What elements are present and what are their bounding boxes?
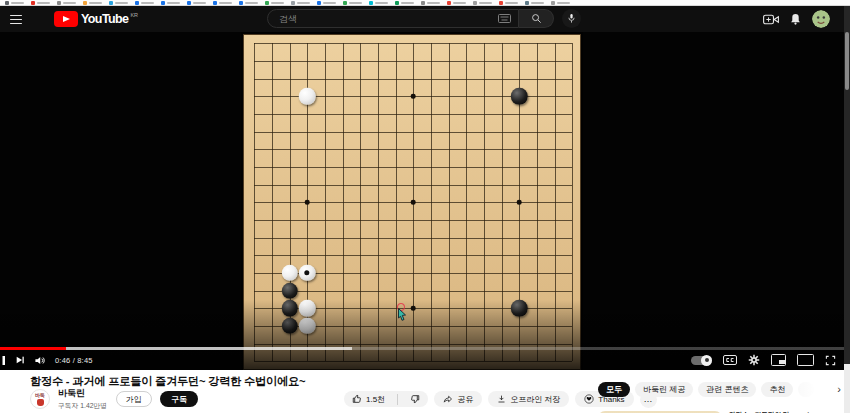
share-icon bbox=[443, 394, 453, 404]
youtube-header: YouTube KR bbox=[0, 6, 850, 32]
channel-avatar[interactable]: 바둑 bbox=[30, 389, 50, 409]
bookmark-item[interactable] bbox=[369, 1, 388, 5]
bookmark-label bbox=[193, 2, 206, 4]
bookmark-favicon bbox=[499, 1, 503, 5]
bookmark-item[interactable] bbox=[83, 1, 102, 5]
bookmark-item[interactable] bbox=[57, 1, 76, 5]
below-video: 함정수 - 과거에 프로들이 즐겨두던~ 강력한 수법이에요~ 바둑 바둑린 구… bbox=[0, 370, 850, 413]
heart-hand-icon bbox=[584, 394, 594, 404]
fullscreen-button[interactable] bbox=[825, 355, 836, 366]
bookmark-label bbox=[63, 2, 76, 4]
bookmark-favicon bbox=[291, 1, 295, 5]
bookmark-label bbox=[245, 2, 258, 4]
bookmark-label bbox=[375, 2, 388, 4]
dislike-button[interactable] bbox=[402, 391, 428, 407]
bookmark-favicon bbox=[31, 1, 35, 5]
captions-button[interactable] bbox=[723, 355, 737, 365]
bookmark-favicon bbox=[135, 1, 139, 5]
search-box[interactable] bbox=[267, 9, 519, 28]
grid-line-vertical bbox=[431, 43, 432, 361]
bookmark-item[interactable] bbox=[31, 1, 50, 5]
bookmark-favicon bbox=[83, 1, 87, 5]
white-stone bbox=[299, 88, 315, 104]
bookmark-item[interactable] bbox=[109, 1, 128, 5]
white-stone-last-move bbox=[299, 265, 315, 281]
avatar-image bbox=[812, 10, 830, 28]
scrollbar-thumb[interactable] bbox=[845, 32, 849, 90]
miniplayer-icon bbox=[771, 354, 786, 366]
pill-divider bbox=[397, 394, 398, 405]
bookmark-item[interactable] bbox=[343, 1, 362, 5]
bookmark-favicon bbox=[343, 1, 347, 5]
bookmark-label bbox=[453, 2, 466, 4]
channel-name[interactable]: 바둑린 bbox=[58, 387, 108, 400]
theater-mode-button[interactable] bbox=[797, 354, 814, 366]
bookmark-label bbox=[505, 2, 518, 4]
youtube-logo-text: YouTube bbox=[81, 12, 128, 26]
bookmark-favicon bbox=[551, 1, 555, 5]
bookmark-item[interactable] bbox=[161, 1, 180, 5]
filter-chip-1[interactable]: 모두 bbox=[598, 382, 630, 397]
bookmark-favicon bbox=[525, 1, 529, 5]
volume-icon bbox=[34, 355, 46, 366]
bookmark-item[interactable] bbox=[551, 1, 570, 5]
bookmark-item[interactable] bbox=[447, 1, 466, 5]
go-board bbox=[243, 34, 581, 370]
subscribe-button[interactable]: 구독 bbox=[160, 391, 198, 407]
black-stone bbox=[281, 282, 297, 298]
volume-button[interactable] bbox=[34, 355, 46, 366]
next-button[interactable] bbox=[15, 355, 25, 365]
video-cursor bbox=[398, 308, 407, 321]
grid-line-horizontal bbox=[254, 344, 572, 345]
subscriber-count: 구독자 1.42만명 bbox=[58, 401, 108, 411]
bookmark-item[interactable] bbox=[499, 1, 518, 5]
share-label: 공유 bbox=[457, 394, 473, 405]
thumbs-down-icon bbox=[410, 394, 420, 404]
join-button[interactable]: 가입 bbox=[116, 391, 152, 407]
bookmark-item[interactable] bbox=[239, 1, 258, 5]
grid-line-horizontal bbox=[254, 255, 572, 256]
search-icon bbox=[531, 13, 542, 24]
white-stone bbox=[281, 265, 297, 281]
grid-line-vertical bbox=[449, 43, 450, 361]
theater-icon bbox=[797, 354, 814, 366]
fullscreen-icon bbox=[825, 355, 836, 366]
bookmark-item[interactable] bbox=[317, 1, 336, 5]
star-point bbox=[411, 306, 416, 311]
bookmark-item[interactable] bbox=[421, 1, 440, 5]
like-count: 1.5천 bbox=[366, 394, 385, 405]
bookmark-label bbox=[141, 2, 154, 4]
bookmark-item[interactable] bbox=[473, 1, 492, 5]
bookmark-item[interactable] bbox=[135, 1, 154, 5]
bookmark-favicon bbox=[213, 1, 217, 5]
download-label: 오프라인 저장 bbox=[510, 394, 560, 405]
bookmark-favicon bbox=[473, 1, 477, 5]
bookmark-label bbox=[167, 2, 180, 4]
account-avatar[interactable] bbox=[812, 10, 830, 28]
video-player[interactable]: 0:46 / 8:45 bbox=[0, 32, 850, 370]
grid-line-vertical bbox=[555, 43, 556, 361]
bookmark-label bbox=[89, 2, 102, 4]
bookmark-favicon bbox=[317, 1, 321, 5]
filter-chip-partial[interactable] bbox=[798, 382, 814, 397]
youtube-region-label: KR bbox=[130, 12, 138, 18]
grid-line-vertical bbox=[537, 43, 538, 361]
player-controls: 0:46 / 8:45 bbox=[0, 350, 850, 370]
grid-line-vertical bbox=[466, 43, 467, 361]
bookmark-label bbox=[479, 2, 492, 4]
bookmark-item[interactable] bbox=[265, 1, 284, 5]
next-icon bbox=[15, 355, 25, 365]
bookmark-favicon bbox=[395, 1, 399, 5]
bookmark-item[interactable] bbox=[291, 1, 310, 5]
mic-icon bbox=[567, 13, 576, 24]
search-button[interactable] bbox=[519, 9, 554, 28]
youtube-logo[interactable]: YouTube KR bbox=[54, 10, 138, 27]
bell-icon bbox=[790, 13, 801, 25]
bookmark-item[interactable] bbox=[525, 1, 544, 5]
autoplay-icon bbox=[691, 356, 712, 365]
bookmark-label bbox=[401, 2, 414, 4]
share-button[interactable]: 공유 bbox=[434, 391, 482, 407]
grid-line-vertical bbox=[572, 43, 573, 361]
bookmark-favicon bbox=[109, 1, 113, 5]
black-stone bbox=[511, 88, 527, 104]
bookmark-favicon bbox=[5, 1, 9, 5]
search-input[interactable] bbox=[268, 14, 498, 24]
star-point bbox=[411, 200, 416, 205]
bookmark-favicon bbox=[421, 1, 425, 5]
bookmark-label bbox=[115, 2, 128, 4]
bookmark-label bbox=[219, 2, 232, 4]
bookmark-favicon bbox=[265, 1, 269, 5]
bookmark-label bbox=[11, 2, 24, 4]
grid-line-vertical bbox=[502, 43, 503, 361]
white-stone bbox=[299, 300, 315, 316]
youtube-play-icon bbox=[54, 11, 78, 27]
thumbs-up-icon bbox=[352, 394, 362, 404]
grid-line-horizontal bbox=[254, 220, 572, 221]
bookmark-favicon bbox=[161, 1, 165, 5]
black-stone bbox=[281, 318, 297, 334]
keyboard-icon[interactable] bbox=[498, 14, 511, 23]
autoplay-toggle[interactable] bbox=[691, 356, 712, 365]
create-video-icon bbox=[763, 14, 779, 25]
pause-icon bbox=[0, 355, 6, 366]
filter-chip-4[interactable]: 추천 bbox=[761, 382, 793, 397]
bookmark-label bbox=[37, 2, 50, 4]
bookmark-label bbox=[297, 2, 310, 4]
bookmark-label bbox=[323, 2, 336, 4]
miniplayer-button[interactable] bbox=[771, 354, 786, 366]
page: YouTube KR bbox=[0, 0, 850, 413]
bookmark-label bbox=[349, 2, 362, 4]
bookmark-label bbox=[271, 2, 284, 4]
voice-search-button[interactable] bbox=[562, 9, 581, 28]
captions-icon bbox=[723, 355, 737, 365]
search-area bbox=[267, 9, 581, 28]
create-button[interactable] bbox=[763, 14, 779, 25]
bookmark-favicon bbox=[239, 1, 243, 5]
bookmark-favicon bbox=[447, 1, 451, 5]
channel-avatar-text: 바둑 bbox=[35, 393, 45, 398]
filter-chip-2[interactable]: 바둑린 제공 bbox=[635, 382, 693, 397]
download-button[interactable]: 오프라인 저장 bbox=[488, 391, 569, 407]
filter-chips-row: 모두바둑린 제공관련 콘텐츠추천 bbox=[598, 381, 843, 397]
black-stone bbox=[281, 300, 297, 316]
star-point bbox=[411, 94, 416, 99]
bookmark-item[interactable] bbox=[395, 1, 414, 5]
menu-icon[interactable] bbox=[10, 15, 22, 24]
download-icon bbox=[497, 394, 506, 404]
grid-line-horizontal bbox=[254, 291, 572, 292]
like-dislike-pill: 1.5천 bbox=[344, 391, 428, 407]
star-point bbox=[305, 200, 310, 205]
like-button[interactable]: 1.5천 bbox=[344, 391, 393, 407]
pause-button[interactable] bbox=[0, 355, 6, 366]
bookmark-item[interactable] bbox=[187, 1, 206, 5]
bookmark-label bbox=[531, 2, 544, 4]
chevron-right-icon[interactable]: › bbox=[837, 382, 841, 396]
bookmark-label bbox=[427, 2, 440, 4]
channel-avatar-mark bbox=[37, 399, 44, 406]
time-display: 0:46 / 8:45 bbox=[55, 356, 93, 365]
filter-chip-3[interactable]: 관련 콘텐츠 bbox=[698, 382, 756, 397]
black-stone bbox=[511, 300, 527, 316]
bookmark-favicon bbox=[57, 1, 61, 5]
bookmark-item[interactable] bbox=[5, 1, 24, 5]
related-column: 모두바둑린 제공관련 콘텐츠추천 › 바둑 강의 함정수 - 저돌적인 맞끊음~… bbox=[598, 381, 843, 397]
bookmark-item[interactable] bbox=[213, 1, 232, 5]
notifications-button[interactable] bbox=[790, 13, 801, 25]
gear-icon bbox=[748, 354, 760, 366]
page-scrollbar[interactable] bbox=[844, 6, 850, 413]
star-point bbox=[517, 200, 522, 205]
settings-button[interactable] bbox=[748, 354, 760, 366]
header-right bbox=[763, 6, 830, 32]
white-stone bbox=[299, 318, 315, 334]
bookmark-label bbox=[557, 2, 570, 4]
channel-row: 바둑 바둑린 구독자 1.42만명 가입 구독 bbox=[30, 388, 198, 410]
bookmark-favicon bbox=[187, 1, 191, 5]
bookmark-favicon bbox=[369, 1, 373, 5]
grid-line-horizontal bbox=[254, 238, 572, 239]
grid-line-vertical bbox=[484, 43, 485, 361]
